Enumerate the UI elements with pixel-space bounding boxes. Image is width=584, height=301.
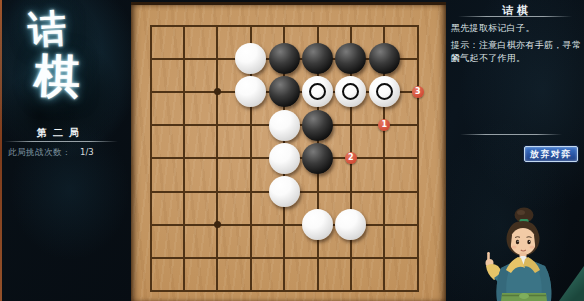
panel-divider <box>460 134 562 135</box>
grid-line-horizontal <box>150 224 419 226</box>
stone-white[interactable] <box>269 143 300 174</box>
stone-white-marked[interactable] <box>369 76 400 107</box>
capture-target-mark <box>376 83 393 100</box>
npc-character-art <box>474 206 574 301</box>
star-point <box>214 88 221 95</box>
move-marker-3: 3 <box>412 86 424 98</box>
stone-white[interactable] <box>269 110 300 141</box>
stone-white-marked[interactable] <box>335 76 366 107</box>
npc-character-illustration <box>474 206 574 301</box>
stone-black[interactable] <box>302 110 333 141</box>
stone-white[interactable] <box>235 43 266 74</box>
grid-line-vertical <box>417 25 419 293</box>
grid-line-horizontal <box>150 290 419 292</box>
sidebar: 诘 棋 第二局 此局挑战次数： 1/3 <box>0 0 125 301</box>
game-screen: 诘 棋 第二局 此局挑战次数： 1/3 123 诘棋 黑先提取标记白子。 提示：… <box>0 0 584 301</box>
round-label: 第二局 <box>0 126 116 140</box>
puzzle-objective: 黑先提取标记白子。 <box>451 22 581 35</box>
move-marker-1: 1 <box>378 119 390 131</box>
capture-target-mark <box>342 83 359 100</box>
stone-white[interactable] <box>335 209 366 240</box>
stone-black[interactable] <box>302 143 333 174</box>
calligraphy-title-char-2: 棋 <box>33 45 81 109</box>
stone-white[interactable] <box>302 209 333 240</box>
stone-black[interactable] <box>269 43 300 74</box>
attempts-label: 此局挑战次数： <box>8 147 71 159</box>
stone-black[interactable] <box>369 43 400 74</box>
stone-white-marked[interactable] <box>302 76 333 107</box>
attempts-value: 1/3 <box>80 147 94 157</box>
stone-black[interactable] <box>269 76 300 107</box>
move-marker-2: 2 <box>345 152 357 164</box>
puzzle-hint-line2: 紧气起不了作用。 <box>451 52 583 65</box>
grid-line-horizontal <box>150 257 419 259</box>
stone-black[interactable] <box>335 43 366 74</box>
resign-button[interactable]: 放弃对弈 <box>524 146 578 162</box>
capture-target-mark <box>309 83 326 100</box>
stone-white[interactable] <box>269 176 300 207</box>
sidebar-divider <box>4 141 118 142</box>
star-point <box>214 221 221 228</box>
panel-title-rule <box>458 16 572 17</box>
stone-white[interactable] <box>235 76 266 107</box>
stone-black[interactable] <box>302 43 333 74</box>
go-board[interactable]: 123 <box>131 2 446 301</box>
